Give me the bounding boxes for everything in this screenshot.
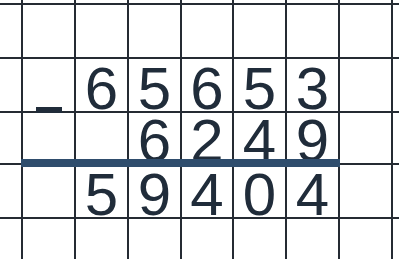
grid-cell	[76, 5, 127, 57]
subtrahend-digit-cell: 4	[234, 113, 285, 163]
grid-cell	[340, 113, 391, 163]
grid-cell	[393, 219, 399, 259]
grid-cell	[340, 0, 391, 3]
grid-cell	[393, 59, 399, 111]
difference-digit-cell: 9	[129, 165, 180, 217]
grid-cell	[182, 5, 232, 57]
subtrahend-digit-cell: 2	[182, 113, 232, 163]
grid-cell	[23, 5, 74, 57]
grid-cell	[340, 5, 391, 57]
minuend-digit-cell: 5	[129, 59, 180, 111]
minuend-digit-cell: 6	[76, 59, 127, 111]
minuend-digit-cell: 3	[287, 59, 338, 111]
grid-cell	[340, 59, 391, 111]
grid-cell	[0, 0, 21, 3]
grid-cell	[76, 0, 127, 3]
subtraction-rule-line	[21, 159, 340, 167]
minuend-digit-cell: 5	[234, 59, 285, 111]
subtraction-worksheet: 6 5 6 5 3 6 2 4 9	[0, 0, 399, 259]
grid-cell	[129, 0, 180, 3]
grid-cell	[23, 165, 74, 217]
grid-cell	[0, 113, 21, 163]
minus-sign-icon	[36, 107, 62, 113]
subtrahend-digit-cell: 6	[129, 113, 180, 163]
difference-digit: 4	[296, 165, 329, 225]
grid-cell	[234, 0, 285, 3]
grid-cell	[23, 113, 74, 163]
grid-cell	[287, 0, 338, 3]
grid-cell	[234, 5, 285, 57]
grid-cell	[23, 219, 74, 259]
grid-cell	[129, 5, 180, 57]
minuend-digit-cell: 6	[182, 59, 232, 111]
grid-cell	[393, 0, 399, 3]
grid-cell	[0, 219, 21, 259]
difference-digit: 4	[190, 165, 223, 225]
grid-cell	[23, 0, 74, 3]
grid-cell	[0, 5, 21, 57]
grid-cell	[0, 165, 21, 217]
grid-cell	[340, 219, 391, 259]
difference-digit: 9	[138, 165, 171, 225]
difference-digit: 5	[85, 165, 118, 225]
difference-digit-cell: 4	[287, 165, 338, 217]
grid-cell	[393, 165, 399, 217]
grid-cell	[182, 0, 232, 3]
squared-paper-grid: 6 5 6 5 3 6 2 4 9	[0, 0, 399, 259]
difference-digit-cell: 5	[76, 165, 127, 217]
difference-digit: 0	[243, 165, 276, 225]
minus-sign-cell	[23, 59, 74, 111]
minuend-digit: 6	[85, 59, 118, 119]
subtrahend-digit-cell: 9	[287, 113, 338, 163]
grid-cell	[393, 113, 399, 163]
difference-digit-cell: 0	[234, 165, 285, 217]
grid-cell	[287, 5, 338, 57]
grid-cell	[340, 165, 391, 217]
grid-cell	[0, 59, 21, 111]
difference-digit-cell: 4	[182, 165, 232, 217]
grid-cell	[393, 5, 399, 57]
